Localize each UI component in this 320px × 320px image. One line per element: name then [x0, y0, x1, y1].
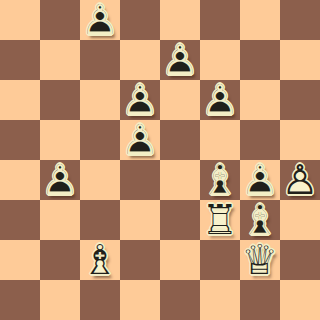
square-c1[interactable] [80, 280, 120, 320]
square-g4[interactable]: ♟♙ [240, 160, 280, 200]
black-pawn-d5[interactable]: ♟♙ [120, 120, 160, 160]
square-f2[interactable] [200, 240, 240, 280]
square-f8[interactable] [200, 0, 240, 40]
square-a8[interactable] [0, 0, 40, 40]
square-g5[interactable] [240, 120, 280, 160]
square-e7[interactable]: ♟♙ [160, 40, 200, 80]
square-a3[interactable] [0, 200, 40, 240]
square-h2[interactable] [280, 240, 320, 280]
square-h1[interactable] [280, 280, 320, 320]
square-a4[interactable] [0, 160, 40, 200]
bishop-outline-icon: ♗ [80, 240, 120, 280]
square-e4[interactable] [160, 160, 200, 200]
square-f7[interactable] [200, 40, 240, 80]
square-e1[interactable] [160, 280, 200, 320]
square-b5[interactable] [40, 120, 80, 160]
square-f4[interactable]: ♝♗ [200, 160, 240, 200]
square-g2[interactable]: ♛♕ [240, 240, 280, 280]
square-f6[interactable]: ♟♙ [200, 80, 240, 120]
square-a6[interactable] [0, 80, 40, 120]
square-d4[interactable] [120, 160, 160, 200]
square-d5[interactable]: ♟♙ [120, 120, 160, 160]
square-g6[interactable] [240, 80, 280, 120]
square-g8[interactable] [240, 0, 280, 40]
square-d6[interactable]: ♟♙ [120, 80, 160, 120]
black-pawn-c8[interactable]: ♟♙ [80, 0, 120, 40]
square-c8[interactable]: ♟♙ [80, 0, 120, 40]
square-e5[interactable] [160, 120, 200, 160]
black-pawn-g4[interactable]: ♟♙ [240, 160, 280, 200]
pawn-outline-icon: ♙ [200, 80, 240, 120]
bishop-outline-icon: ♗ [240, 200, 280, 240]
square-h5[interactable] [280, 120, 320, 160]
square-a5[interactable] [0, 120, 40, 160]
pawn-outline-icon: ♙ [120, 80, 160, 120]
square-g1[interactable] [240, 280, 280, 320]
square-a7[interactable] [0, 40, 40, 80]
rook-outline-icon: ♖ [200, 200, 240, 240]
square-c5[interactable] [80, 120, 120, 160]
black-pawn-b4[interactable]: ♟♙ [40, 160, 80, 200]
black-pawn-d6[interactable]: ♟♙ [120, 80, 160, 120]
square-h6[interactable] [280, 80, 320, 120]
square-a1[interactable] [0, 280, 40, 320]
square-f1[interactable] [200, 280, 240, 320]
pawn-outline-icon: ♙ [160, 40, 200, 80]
chess-board: ♟♙♟♙♟♙♟♙♟♙♟♙♝♗♟♙♟♙♜♖♝♗♝♗♛♕ [0, 0, 320, 320]
square-g7[interactable] [240, 40, 280, 80]
square-e8[interactable] [160, 0, 200, 40]
pawn-outline-icon: ♙ [40, 160, 80, 200]
square-c7[interactable] [80, 40, 120, 80]
black-bishop-f4[interactable]: ♝♗ [200, 160, 240, 200]
square-b8[interactable] [40, 0, 80, 40]
pawn-outline-icon: ♙ [80, 0, 120, 40]
square-e3[interactable] [160, 200, 200, 240]
square-c3[interactable] [80, 200, 120, 240]
white-pawn-h4[interactable]: ♟♙ [280, 160, 320, 200]
square-g3[interactable]: ♝♗ [240, 200, 280, 240]
square-b1[interactable] [40, 280, 80, 320]
square-f5[interactable] [200, 120, 240, 160]
square-c4[interactable] [80, 160, 120, 200]
bishop-outline-icon: ♗ [200, 160, 240, 200]
white-bishop-c2[interactable]: ♝♗ [80, 240, 120, 280]
white-rook-f3[interactable]: ♜♖ [200, 200, 240, 240]
white-queen-g2[interactable]: ♛♕ [240, 240, 280, 280]
square-h4[interactable]: ♟♙ [280, 160, 320, 200]
square-d2[interactable] [120, 240, 160, 280]
square-d1[interactable] [120, 280, 160, 320]
queen-outline-icon: ♕ [240, 240, 280, 280]
square-d7[interactable] [120, 40, 160, 80]
square-b6[interactable] [40, 80, 80, 120]
square-a2[interactable] [0, 240, 40, 280]
black-pawn-e7[interactable]: ♟♙ [160, 40, 200, 80]
square-c2[interactable]: ♝♗ [80, 240, 120, 280]
square-h7[interactable] [280, 40, 320, 80]
square-e2[interactable] [160, 240, 200, 280]
square-b3[interactable] [40, 200, 80, 240]
square-d8[interactable] [120, 0, 160, 40]
square-d3[interactable] [120, 200, 160, 240]
pawn-outline-icon: ♙ [120, 120, 160, 160]
square-b7[interactable] [40, 40, 80, 80]
square-b4[interactable]: ♟♙ [40, 160, 80, 200]
square-c6[interactable] [80, 80, 120, 120]
black-pawn-f6[interactable]: ♟♙ [200, 80, 240, 120]
pawn-outline-icon: ♙ [240, 160, 280, 200]
pawn-outline-icon: ♙ [280, 160, 320, 200]
square-b2[interactable] [40, 240, 80, 280]
square-h8[interactable] [280, 0, 320, 40]
black-bishop-g3[interactable]: ♝♗ [240, 200, 280, 240]
square-e6[interactable] [160, 80, 200, 120]
square-h3[interactable] [280, 200, 320, 240]
square-f3[interactable]: ♜♖ [200, 200, 240, 240]
